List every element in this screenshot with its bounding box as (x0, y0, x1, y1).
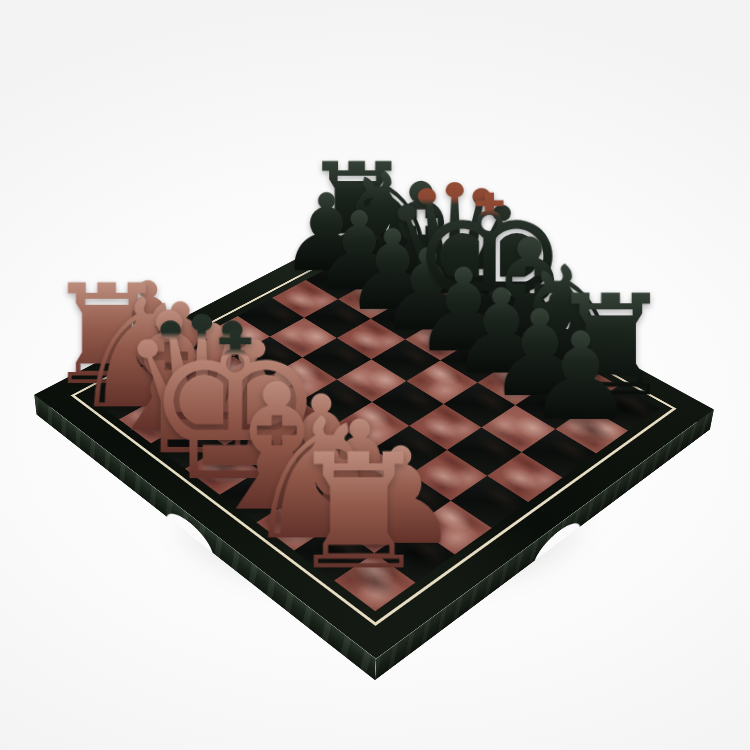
photo-scene: ♜♞♟♝♟♛♟♚♟♝♟♞♟♟♜♟♟♜♟♟♞♟♝♟♛♟♚♟♝♟♞♜ (0, 0, 750, 750)
pawn-glyph: ♟ (467, 316, 693, 437)
rook-glyph: ♜ (231, 433, 485, 593)
